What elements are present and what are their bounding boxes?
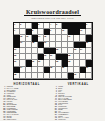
- cell-number: 38: [14, 73, 16, 75]
- across-header: HORIZONTAAL: [3, 83, 52, 86]
- cell-number: 21: [14, 48, 16, 50]
- cell-number: 23: [74, 48, 76, 50]
- cell-number: 12: [20, 35, 22, 37]
- cell-number: 4: [50, 23, 51, 25]
- cell-number: 3: [38, 23, 39, 25]
- cell-number: 7: [14, 29, 15, 31]
- cell-number: 31: [38, 60, 40, 62]
- cell-number: 5: [56, 23, 57, 25]
- cell-number: 16: [68, 35, 70, 37]
- cell-number: 29: [14, 60, 16, 62]
- grid-cell[interactable]: [86, 73, 92, 79]
- masthead: Kruiswoordraadsel Ingezonden door een va…: [0, 1, 105, 20]
- cell-number: 14: [38, 35, 40, 37]
- cell-number: 22: [56, 48, 58, 50]
- cell-number: 17: [20, 41, 22, 43]
- cell-number: 6: [86, 23, 87, 25]
- crossword-grid: 1234567891011121314151617181920212223242…: [13, 22, 93, 80]
- cell-number: 37: [86, 66, 88, 68]
- cell-number: 10: [62, 29, 64, 31]
- clue-column-down: VERTIKAAL 1.Vrucht2.Insect3.Getal4.Dier5…: [54, 83, 103, 121]
- cell-number: 2: [20, 23, 21, 25]
- down-clue-list: 1.Vrucht2.Insect3.Getal4.Dier5.Roofdier6…: [54, 86, 103, 120]
- cell-number: 19: [44, 41, 46, 43]
- page-title: Kruiswoordraadsel: [24, 9, 81, 16]
- cell-number: 35: [50, 66, 52, 68]
- cell-number: 26: [44, 54, 46, 56]
- cell-number: 20: [86, 41, 88, 43]
- clue-column-across: HORIZONTAAL 1.Vaartuig3.Deel v. e. boom7…: [3, 83, 52, 121]
- cell-number: 34: [20, 66, 22, 68]
- cell-number: 32: [56, 60, 58, 62]
- cell-number: 33: [68, 60, 70, 62]
- cell-number: 25: [14, 54, 16, 56]
- cell-number: 18: [32, 41, 34, 43]
- cell-number: 27: [50, 54, 52, 56]
- cell-number: 15: [44, 35, 46, 37]
- cell-number: 11: [80, 29, 82, 31]
- cell-number: 24: [80, 48, 82, 50]
- cell-number: 28: [68, 54, 70, 56]
- cell-number: 13: [26, 35, 28, 37]
- cell-number: 39: [74, 73, 76, 75]
- across-clue-list: 1.Vaartuig3.Deel v. e. boom7.Muzieknoot8…: [3, 86, 52, 120]
- cell-number: 9: [50, 29, 51, 31]
- cell-number: 8: [32, 29, 33, 31]
- page-subtitle: Ingezonden door een van onze lezers: [0, 18, 105, 20]
- cell-number: 36: [62, 66, 64, 68]
- down-header: VERTIKAAL: [54, 83, 103, 86]
- clues-section: HORIZONTAAL 1.Vaartuig3.Deel v. e. boom7…: [0, 83, 105, 121]
- cell-number: 1: [14, 23, 15, 25]
- cell-number: 30: [32, 60, 34, 62]
